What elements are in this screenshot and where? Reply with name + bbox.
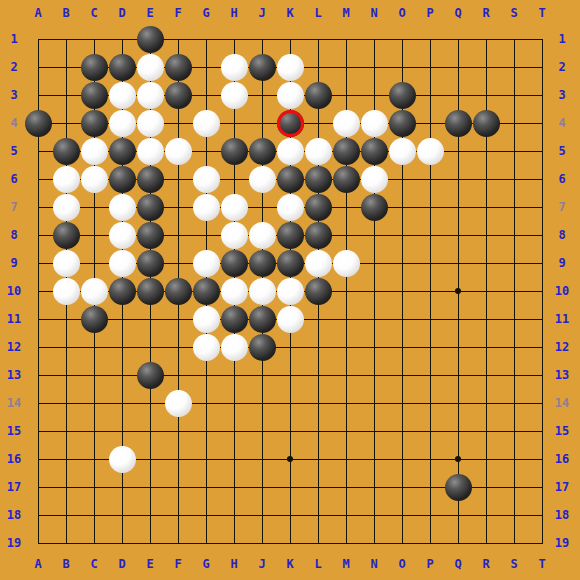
stone-black — [249, 306, 276, 333]
column-label: F — [164, 6, 192, 20]
row-label: 17 — [1, 480, 27, 494]
stone-black — [361, 138, 388, 165]
stone-black — [53, 138, 80, 165]
stone-white — [137, 54, 164, 81]
stone-black — [137, 166, 164, 193]
stone-white — [221, 334, 248, 361]
stone-white — [221, 222, 248, 249]
stone-white — [305, 250, 332, 277]
column-label: N — [360, 557, 388, 571]
column-label: A — [24, 557, 52, 571]
stone-black — [81, 306, 108, 333]
column-label: O — [388, 557, 416, 571]
stone-black — [165, 54, 192, 81]
column-label: D — [108, 6, 136, 20]
row-label: 9 — [549, 256, 575, 270]
row-label: 13 — [1, 368, 27, 382]
row-label: 15 — [549, 424, 575, 438]
column-label: R — [472, 6, 500, 20]
row-label: 4 — [549, 116, 575, 130]
stone-white — [53, 194, 80, 221]
stone-black — [361, 194, 388, 221]
stone-white — [193, 110, 220, 137]
row-label: 18 — [1, 508, 27, 522]
stone-white — [81, 278, 108, 305]
row-label: 7 — [549, 200, 575, 214]
stone-black — [473, 110, 500, 137]
column-label: R — [472, 557, 500, 571]
column-label: G — [192, 6, 220, 20]
row-label: 13 — [549, 368, 575, 382]
row-label: 4 — [1, 116, 27, 130]
stone-black — [389, 82, 416, 109]
stone-black — [165, 82, 192, 109]
row-label: 19 — [549, 536, 575, 550]
column-label: Q — [444, 557, 472, 571]
stone-white — [109, 446, 136, 473]
stone-white — [109, 194, 136, 221]
stone-white — [221, 194, 248, 221]
row-label: 8 — [1, 228, 27, 242]
stone-white — [109, 110, 136, 137]
row-label: 5 — [1, 144, 27, 158]
stone-white — [333, 110, 360, 137]
stone-black — [81, 110, 108, 137]
stone-black — [249, 138, 276, 165]
stone-white — [193, 194, 220, 221]
stone-black — [305, 166, 332, 193]
row-label: 1 — [549, 32, 575, 46]
stone-black — [109, 54, 136, 81]
column-label: D — [108, 557, 136, 571]
column-label: A — [24, 6, 52, 20]
stone-white — [277, 306, 304, 333]
stone-black — [221, 138, 248, 165]
stone-white — [165, 390, 192, 417]
row-label: 14 — [549, 396, 575, 410]
row-label: 12 — [1, 340, 27, 354]
column-label: P — [416, 6, 444, 20]
row-label: 16 — [1, 452, 27, 466]
stone-white — [53, 250, 80, 277]
stone-white — [221, 82, 248, 109]
stone-white — [109, 222, 136, 249]
row-label: 5 — [549, 144, 575, 158]
column-label: H — [220, 6, 248, 20]
stone-white — [165, 138, 192, 165]
stone-black — [277, 166, 304, 193]
stone-black — [81, 82, 108, 109]
column-label: G — [192, 557, 220, 571]
column-label: N — [360, 6, 388, 20]
stone-black — [445, 110, 472, 137]
stone-white — [53, 278, 80, 305]
column-label: F — [164, 557, 192, 571]
stone-black — [305, 82, 332, 109]
star-point — [455, 288, 461, 294]
row-label: 8 — [549, 228, 575, 242]
stone-white — [81, 166, 108, 193]
stone-black — [333, 166, 360, 193]
stone-white — [109, 250, 136, 277]
column-label: Q — [444, 6, 472, 20]
stone-black — [277, 250, 304, 277]
stone-black — [193, 278, 220, 305]
column-label: S — [500, 6, 528, 20]
stone-white — [193, 306, 220, 333]
stone-black — [137, 194, 164, 221]
column-label: P — [416, 557, 444, 571]
stone-black — [221, 250, 248, 277]
stone-white — [53, 166, 80, 193]
stone-white — [333, 250, 360, 277]
row-label: 3 — [1, 88, 27, 102]
stone-white — [361, 166, 388, 193]
stone-white — [277, 194, 304, 221]
stone-black — [221, 306, 248, 333]
column-label: C — [80, 557, 108, 571]
stone-black — [249, 334, 276, 361]
stone-black — [137, 250, 164, 277]
column-label: B — [52, 6, 80, 20]
stone-white — [249, 278, 276, 305]
stone-black — [445, 474, 472, 501]
last-move-ring — [277, 110, 304, 137]
column-label: T — [528, 6, 556, 20]
column-label: J — [248, 557, 276, 571]
column-label: B — [52, 557, 80, 571]
row-label: 9 — [1, 256, 27, 270]
stone-black — [249, 54, 276, 81]
stone-white — [361, 110, 388, 137]
stone-white — [277, 82, 304, 109]
column-label: H — [220, 557, 248, 571]
stone-black — [81, 54, 108, 81]
stone-black — [137, 278, 164, 305]
star-point — [455, 456, 461, 462]
stone-white — [389, 138, 416, 165]
stone-black — [109, 138, 136, 165]
stone-white — [277, 138, 304, 165]
column-label: L — [304, 557, 332, 571]
row-label: 10 — [549, 284, 575, 298]
column-label: C — [80, 6, 108, 20]
stone-black — [25, 110, 52, 137]
star-point — [287, 456, 293, 462]
stone-black — [53, 222, 80, 249]
stone-white — [249, 166, 276, 193]
column-label: M — [332, 6, 360, 20]
stone-black — [137, 26, 164, 53]
row-label: 11 — [549, 312, 575, 326]
row-label: 7 — [1, 200, 27, 214]
column-label: K — [276, 6, 304, 20]
stone-white — [193, 166, 220, 193]
stone-white — [417, 138, 444, 165]
stone-white — [109, 82, 136, 109]
stone-black — [137, 362, 164, 389]
column-label: E — [136, 6, 164, 20]
row-label: 2 — [549, 60, 575, 74]
stone-black — [389, 110, 416, 137]
row-label: 1 — [1, 32, 27, 46]
stone-black — [165, 278, 192, 305]
stone-white — [221, 278, 248, 305]
stone-white — [81, 138, 108, 165]
stone-white — [221, 54, 248, 81]
row-label: 6 — [549, 172, 575, 186]
column-label: K — [276, 557, 304, 571]
row-label: 16 — [549, 452, 575, 466]
row-label: 12 — [549, 340, 575, 354]
stone-white — [137, 138, 164, 165]
stone-white — [137, 82, 164, 109]
stone-black — [109, 278, 136, 305]
column-label: T — [528, 557, 556, 571]
row-label: 2 — [1, 60, 27, 74]
stone-black — [305, 278, 332, 305]
row-label: 3 — [549, 88, 575, 102]
stone-black — [137, 222, 164, 249]
column-label: S — [500, 557, 528, 571]
stone-black — [333, 138, 360, 165]
last-move-marker — [277, 110, 304, 137]
go-board: ABCDEFGHJKLMNOPQRST ABCDEFGHJKLMNOPQRST … — [0, 0, 580, 580]
column-label: M — [332, 557, 360, 571]
stone-white — [249, 222, 276, 249]
stone-black — [305, 222, 332, 249]
column-label: E — [136, 557, 164, 571]
row-label: 15 — [1, 424, 27, 438]
stone-white — [277, 278, 304, 305]
stone-white — [137, 110, 164, 137]
stone-black — [305, 194, 332, 221]
stone-white — [193, 250, 220, 277]
row-label: 19 — [1, 536, 27, 550]
row-label: 10 — [1, 284, 27, 298]
stone-black — [109, 166, 136, 193]
row-label: 11 — [1, 312, 27, 326]
row-label: 18 — [549, 508, 575, 522]
stone-white — [305, 138, 332, 165]
column-label: J — [248, 6, 276, 20]
column-label: O — [388, 6, 416, 20]
row-label: 6 — [1, 172, 27, 186]
row-label: 14 — [1, 396, 27, 410]
row-label: 17 — [549, 480, 575, 494]
stone-black — [277, 222, 304, 249]
stone-white — [277, 54, 304, 81]
column-label: L — [304, 6, 332, 20]
stone-black — [249, 250, 276, 277]
stone-white — [193, 334, 220, 361]
